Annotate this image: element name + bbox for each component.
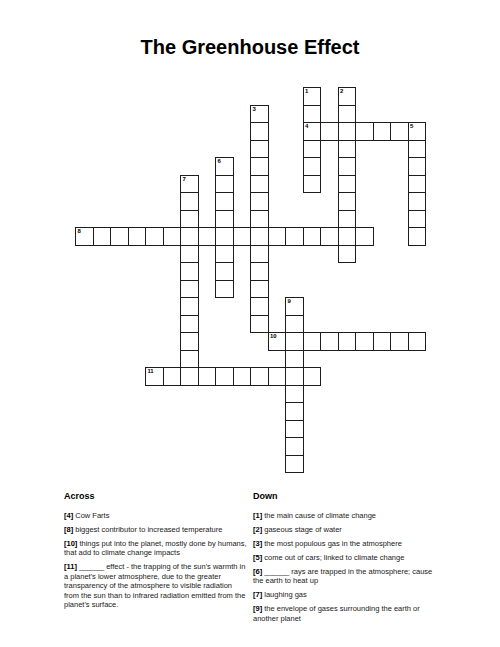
crossword-grid: 1423567891011: [75, 87, 427, 474]
clue-down-5: [5] come out of cars; linked to climate …: [253, 553, 444, 563]
grid-cell-r12c12: 9: [285, 297, 304, 316]
grid-cell-r8c0: 8: [75, 227, 94, 246]
grid-cell-r4c13: [303, 157, 322, 176]
grid-cell-r14c16: [355, 332, 374, 351]
clue-down-2: [2] gaseous stage of water: [253, 525, 444, 535]
grid-cell-r9c15: [338, 245, 357, 264]
grid-cell-r2c14: [320, 122, 339, 141]
clue-number-3: 3: [253, 106, 256, 113]
grid-cell-r7c19: [408, 210, 427, 229]
grid-cell-r2c16: [355, 122, 374, 141]
grid-cell-r1c10: 3: [250, 105, 269, 124]
clue-across-8: [8] biggest contributor to increased tem…: [64, 525, 247, 535]
grid-cell-r8c7: [198, 227, 217, 246]
grid-cell-r16c10: [250, 367, 269, 386]
grid-cell-r16c9: [233, 367, 252, 386]
clue-number-10: 10: [270, 333, 276, 340]
grid-cell-r8c14: [320, 227, 339, 246]
grid-cell-r5c13: [303, 175, 322, 194]
clue-number-11: 11: [148, 368, 154, 375]
grid-cell-r8c4: [145, 227, 164, 246]
grid-cell-r9c8: [215, 245, 234, 264]
grid-cell-r0c15: 2: [338, 87, 357, 106]
grid-cell-r3c13: [303, 140, 322, 159]
clue-number-9: 9: [288, 298, 291, 305]
grid-cell-r19c12: [285, 420, 304, 439]
grid-cell-r0c13: 1: [303, 87, 322, 106]
grid-cell-r10c8: [215, 262, 234, 281]
grid-cell-r8c3: [128, 227, 147, 246]
clue-across-4: [4] Cow Farts: [64, 511, 247, 521]
grid-cell-r10c10: [250, 262, 269, 281]
grid-cell-r14c18: [390, 332, 409, 351]
grid-cell-r6c8: [215, 192, 234, 211]
grid-cell-r8c6: [180, 227, 199, 246]
clue-across-11: [11] ______ effect - the trapping of the…: [64, 562, 247, 610]
across-clues-section: Across [4] Cow Farts[8] biggest contribu…: [64, 492, 247, 614]
grid-cell-r14c6: [180, 332, 199, 351]
across-header: Across: [64, 492, 247, 502]
clue-number-8: 8: [78, 228, 81, 235]
grid-cell-r6c10: [250, 192, 269, 211]
grid-cell-r13c10: [250, 315, 269, 334]
grid-cell-r7c6: [180, 210, 199, 229]
grid-cell-r14c19: [408, 332, 427, 351]
grid-cell-r11c6: [180, 280, 199, 299]
grid-cell-r3c19: [408, 140, 427, 159]
grid-cell-r4c10: [250, 157, 269, 176]
grid-cell-r8c15: [338, 227, 357, 246]
grid-cell-r8c12: [285, 227, 304, 246]
grid-cell-r8c19: [408, 227, 427, 246]
grid-cell-r5c8: [215, 175, 234, 194]
grid-cell-r2c17: [373, 122, 392, 141]
puzzle-title: The Greenhouse Effect: [0, 36, 500, 59]
grid-cell-r4c8: 6: [215, 157, 234, 176]
clue-down-9: [9] the envelope of gases surrounding th…: [253, 604, 444, 623]
grid-cell-r15c12: [285, 350, 304, 369]
grid-cell-r8c16: [355, 227, 374, 246]
clue-number-4: 4: [305, 123, 308, 130]
grid-cell-r12c10: [250, 297, 269, 316]
grid-cell-r2c15: [338, 122, 357, 141]
down-header: Down: [253, 492, 444, 502]
grid-cell-r8c9: [233, 227, 252, 246]
grid-cell-r11c8: [215, 280, 234, 299]
grid-cell-r1c15: [338, 105, 357, 124]
grid-cell-r8c2: [110, 227, 129, 246]
grid-cell-r2c10: [250, 122, 269, 141]
clue-number-2: 2: [340, 88, 343, 95]
grid-cell-r14c15: [338, 332, 357, 351]
grid-cell-r8c11: [268, 227, 287, 246]
grid-cell-r7c15: [338, 210, 357, 229]
grid-cell-r2c19: 5: [408, 122, 427, 141]
clue-number-6: 6: [218, 158, 221, 165]
across-clues-list: [4] Cow Farts[8] biggest contributor to …: [64, 511, 247, 610]
grid-cell-r4c15: [338, 157, 357, 176]
grid-cell-r5c19: [408, 175, 427, 194]
grid-cell-r14c12: [285, 332, 304, 351]
grid-cell-r16c5: [163, 367, 182, 386]
grid-cell-r16c12: [285, 367, 304, 386]
grid-cell-r6c6: [180, 192, 199, 211]
grid-cell-r9c10: [250, 245, 269, 264]
grid-cell-r14c14: [320, 332, 339, 351]
grid-cell-r15c6: [180, 350, 199, 369]
grid-cell-r11c10: [250, 280, 269, 299]
clue-number-7: 7: [183, 176, 186, 183]
grid-cell-r18c12: [285, 402, 304, 421]
down-clues-list: [1] the main cause of climate change[2] …: [253, 511, 444, 624]
grid-cell-r7c10: [250, 210, 269, 229]
clue-number-1: 1: [305, 88, 308, 95]
grid-cell-r16c11: [268, 367, 287, 386]
grid-cell-r8c13: [303, 227, 322, 246]
clue-down-1: [1] the main cause of climate change: [253, 511, 444, 521]
grid-cell-r14c13: [303, 332, 322, 351]
grid-cell-r8c5: [163, 227, 182, 246]
grid-cell-r16c6: [180, 367, 199, 386]
grid-cell-r14c11: 10: [268, 332, 287, 351]
grid-cell-r3c15: [338, 140, 357, 159]
clue-down-6: [6] ______ rays are trapped in the atmos…: [253, 567, 444, 586]
grid-cell-r8c10: [250, 227, 269, 246]
grid-cell-r5c6: 7: [180, 175, 199, 194]
grid-cell-r3c10: [250, 140, 269, 159]
grid-cell-r16c4: 11: [145, 367, 164, 386]
grid-cell-r2c13: 4: [303, 122, 322, 141]
grid-cell-r8c1: [93, 227, 112, 246]
grid-cell-r8c8: [215, 227, 234, 246]
grid-cell-r4c19: [408, 157, 427, 176]
grid-cell-r1c13: [303, 105, 322, 124]
grid-cell-r5c15: [338, 175, 357, 194]
grid-cell-r7c8: [215, 210, 234, 229]
grid-cell-r10c6: [180, 262, 199, 281]
down-clues-section: Down [1] the main cause of climate chang…: [253, 492, 444, 628]
grid-cell-r21c12: [285, 455, 304, 474]
grid-cell-r20c12: [285, 437, 304, 456]
clue-down-3: [3] the most populous gas in the atmosph…: [253, 539, 444, 549]
clue-down-7: [7] laughing gas: [253, 590, 444, 600]
grid-cell-r13c12: [285, 315, 304, 334]
grid-cell-r6c15: [338, 192, 357, 211]
clue-across-10: [10] things put into the planet, mostly …: [64, 539, 247, 558]
grid-cell-r16c8: [215, 367, 234, 386]
grid-cell-r5c10: [250, 175, 269, 194]
grid-cell-r14c17: [373, 332, 392, 351]
grid-cell-r16c7: [198, 367, 217, 386]
grid-cell-r13c6: [180, 315, 199, 334]
grid-cell-r9c6: [180, 245, 199, 264]
grid-cell-r16c13: [303, 367, 322, 386]
grid-cell-r12c6: [180, 297, 199, 316]
grid-cell-r2c18: [390, 122, 409, 141]
grid-cell-r17c12: [285, 385, 304, 404]
clue-number-5: 5: [410, 123, 413, 130]
grid-cell-r6c19: [408, 192, 427, 211]
